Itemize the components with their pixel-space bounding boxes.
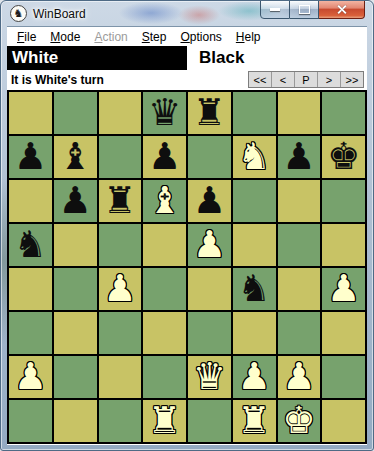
menu-options[interactable]: Options — [173, 30, 228, 44]
white-player-label: White — [7, 46, 187, 70]
forward-to-end-button[interactable]: >> — [340, 72, 363, 87]
square-d4[interactable] — [143, 268, 186, 310]
white-pawn-piece[interactable]: ♟ — [282, 358, 315, 395]
square-h1[interactable] — [322, 400, 365, 442]
square-c1[interactable] — [99, 400, 142, 442]
square-f6[interactable] — [233, 180, 276, 222]
step-back-button[interactable]: < — [271, 72, 294, 87]
black-pawn-piece[interactable]: ♟ — [148, 138, 181, 175]
square-e5[interactable]: ♟ — [188, 224, 231, 266]
minimize-button[interactable] — [260, 0, 290, 19]
square-d3[interactable] — [143, 312, 186, 354]
square-a1[interactable] — [9, 400, 52, 442]
square-h3[interactable] — [322, 312, 365, 354]
black-pawn-piece[interactable]: ♟ — [282, 138, 315, 175]
square-h7[interactable]: ♚ — [322, 136, 365, 178]
title-bar[interactable]: ♞ WinBoard — [1, 1, 373, 26]
square-e6[interactable]: ♟ — [188, 180, 231, 222]
square-d1[interactable]: ♜ — [143, 400, 186, 442]
white-pawn-piece[interactable]: ♟ — [238, 358, 271, 395]
black-king-piece[interactable]: ♚ — [327, 138, 360, 175]
square-f4[interactable]: ♞ — [233, 268, 276, 310]
square-a2[interactable]: ♟ — [9, 356, 52, 398]
square-g8[interactable] — [278, 92, 321, 134]
maximize-button[interactable] — [290, 0, 319, 19]
status-bar: It is White's turn <<<P>>> — [7, 70, 367, 90]
white-knight-piece[interactable]: ♞ — [238, 138, 271, 175]
square-d6[interactable]: ♝ — [143, 180, 186, 222]
square-f1[interactable]: ♜ — [233, 400, 276, 442]
square-f5[interactable] — [233, 224, 276, 266]
client-area: FileModeActionStepOptionsHelp White Blac… — [7, 26, 367, 445]
square-d8[interactable]: ♛ — [143, 92, 186, 134]
square-c3[interactable] — [99, 312, 142, 354]
white-rook-piece[interactable]: ♜ — [238, 402, 271, 439]
square-e7[interactable] — [188, 136, 231, 178]
square-d7[interactable]: ♟ — [143, 136, 186, 178]
close-icon — [336, 4, 347, 15]
square-h8[interactable] — [322, 92, 365, 134]
white-bishop-piece[interactable]: ♝ — [148, 182, 181, 219]
square-g4[interactable] — [278, 268, 321, 310]
square-c5[interactable] — [99, 224, 142, 266]
square-e2[interactable]: ♛ — [188, 356, 231, 398]
square-c6[interactable]: ♜ — [99, 180, 142, 222]
square-b4[interactable] — [54, 268, 97, 310]
black-player-label: Black — [199, 48, 244, 68]
square-c8[interactable] — [99, 92, 142, 134]
winboard-knight-icon: ♞ — [10, 5, 27, 22]
square-e4[interactable] — [188, 268, 231, 310]
black-rook-piece[interactable]: ♜ — [193, 94, 226, 131]
white-rook-piece[interactable]: ♜ — [148, 402, 181, 439]
square-b1[interactable] — [54, 400, 97, 442]
square-b6[interactable]: ♟ — [54, 180, 97, 222]
square-f7[interactable]: ♞ — [233, 136, 276, 178]
menu-bar: FileModeActionStepOptionsHelp — [7, 27, 367, 46]
menu-help[interactable]: Help — [229, 30, 268, 44]
step-forward-button[interactable]: > — [317, 72, 340, 87]
square-h2[interactable] — [322, 356, 365, 398]
square-g6[interactable] — [278, 180, 321, 222]
black-pawn-piece[interactable]: ♟ — [59, 182, 92, 219]
black-bishop-piece[interactable]: ♝ — [59, 138, 92, 175]
square-b8[interactable] — [54, 92, 97, 134]
square-a5[interactable]: ♞ — [9, 224, 52, 266]
chess-board: ♛♜♟♝♟♞♟♚♟♜♝♟♞♟♟♞♟♟♛♟♟♜♜♚ — [7, 90, 367, 444]
square-e1[interactable] — [188, 400, 231, 442]
white-king-piece[interactable]: ♚ — [282, 402, 315, 439]
maximize-icon — [299, 5, 310, 14]
square-b5[interactable] — [54, 224, 97, 266]
square-g5[interactable] — [278, 224, 321, 266]
square-d2[interactable] — [143, 356, 186, 398]
nav-button-group: <<<P>>> — [248, 71, 364, 88]
square-h5[interactable] — [322, 224, 365, 266]
square-a7[interactable]: ♟ — [9, 136, 52, 178]
rewind-to-start-button[interactable]: << — [249, 72, 271, 87]
turn-status-text: It is White's turn — [7, 73, 104, 87]
menu-mode[interactable]: Mode — [43, 30, 87, 44]
square-a6[interactable] — [9, 180, 52, 222]
square-h6[interactable] — [322, 180, 365, 222]
square-b7[interactable]: ♝ — [54, 136, 97, 178]
square-c7[interactable] — [99, 136, 142, 178]
square-f8[interactable] — [233, 92, 276, 134]
minimize-icon — [270, 8, 280, 11]
square-g2[interactable]: ♟ — [278, 356, 321, 398]
square-b2[interactable] — [54, 356, 97, 398]
square-g3[interactable] — [278, 312, 321, 354]
black-rook-piece[interactable]: ♜ — [103, 182, 136, 219]
square-e3[interactable] — [188, 312, 231, 354]
winboard-window: ♞ WinBoard FileModeActionStepOptionsHelp… — [0, 0, 374, 451]
square-f3[interactable] — [233, 312, 276, 354]
square-g7[interactable]: ♟ — [278, 136, 321, 178]
menu-file[interactable]: File — [10, 30, 43, 44]
white-pawn-piece[interactable]: ♟ — [14, 358, 47, 395]
square-e8[interactable]: ♜ — [188, 92, 231, 134]
window-controls — [260, 0, 365, 19]
black-pawn-piece[interactable]: ♟ — [193, 182, 226, 219]
menu-action[interactable]: Action — [87, 30, 134, 44]
square-b3[interactable] — [54, 312, 97, 354]
square-a3[interactable] — [9, 312, 52, 354]
white-pawn-piece[interactable]: ♟ — [103, 270, 136, 307]
square-g1[interactable]: ♚ — [278, 400, 321, 442]
white-pawn-piece[interactable]: ♟ — [193, 226, 226, 263]
black-knight-piece[interactable]: ♞ — [14, 226, 47, 263]
white-queen-piece[interactable]: ♛ — [193, 358, 226, 395]
close-button[interactable] — [319, 0, 365, 19]
square-d5[interactable] — [143, 224, 186, 266]
window-title: WinBoard — [33, 7, 86, 21]
black-pawn-piece[interactable]: ♟ — [14, 138, 47, 175]
square-f2[interactable]: ♟ — [233, 356, 276, 398]
square-a8[interactable] — [9, 92, 52, 134]
square-c4[interactable]: ♟ — [99, 268, 142, 310]
square-c2[interactable] — [99, 356, 142, 398]
menu-step[interactable]: Step — [135, 30, 174, 44]
square-a4[interactable] — [9, 268, 52, 310]
pause-button[interactable]: P — [294, 72, 317, 87]
player-name-bar: White Black — [7, 46, 367, 70]
black-queen-piece[interactable]: ♛ — [148, 94, 181, 131]
white-pawn-piece[interactable]: ♟ — [327, 270, 360, 307]
square-h4[interactable]: ♟ — [322, 268, 365, 310]
black-knight-piece[interactable]: ♞ — [238, 270, 271, 307]
